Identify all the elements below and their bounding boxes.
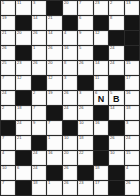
cell-r7c8[interactable]: 18 [125,106,139,120]
cell-r12c2[interactable]: 18 [32,181,46,195]
cell-number: 2 [2,106,4,110]
cell-r9c3[interactable]: 1 [47,136,61,150]
cell-number: 8 [64,61,66,65]
cell-number: 16 [126,91,131,95]
cell-number: 1 [48,181,50,185]
cell-r7c7[interactable]: 14 [109,106,123,120]
cell-number: 26 [64,181,69,185]
cell-r7c5[interactable]: 26 [78,106,92,120]
cell-number: 12 [48,76,53,80]
black-cell-r10c6 [94,151,108,165]
cell-r8c6[interactable]: 16 [94,121,108,135]
cell-number: 26 [33,31,38,35]
cell-number: 4 [64,31,66,35]
cell-r0c0[interactable]: 5 [1,1,15,15]
black-cell-r3c1 [16,46,30,60]
cell-number: 18 [33,181,38,185]
cell-r2c1[interactable]: 20 [16,31,30,45]
cell-number: 16 [95,121,100,125]
cell-r9c5[interactable]: 18 [78,136,92,150]
cell-r1c3[interactable]: 21 [47,16,61,30]
cell-number: 25 [2,61,7,65]
black-cell-r12c1 [16,181,30,195]
cell-r6c4[interactable]: 26 [63,91,77,105]
cell-r11c1[interactable]: 6 [16,166,30,180]
black-cell-r1c6 [94,16,108,30]
cell-r7c0[interactable]: 2 [1,106,15,120]
cell-r11c4[interactable]: 26 [63,166,77,180]
cell-number: 7 [33,106,35,110]
cell-r7c1[interactable]: 18 [16,106,30,120]
cell-number: 11 [17,1,21,5]
cell-number: 21 [48,16,53,20]
cell-number: 7 [2,181,4,185]
cell-number: 3 [64,76,66,80]
cell-r1c7[interactable]: 8 [109,16,123,30]
cell-r12c3[interactable]: 1 [47,181,61,195]
black-cell-r6c1 [16,91,30,105]
cell-number: 12 [95,31,100,35]
cell-number: 7 [79,1,81,5]
cell-r4c3[interactable]: 20 [47,61,61,75]
cell-r11c6[interactable]: 18 [94,166,108,180]
cell-number: 24 [33,151,38,155]
cell-r8c3[interactable]: 7 [47,121,61,135]
cell-number: 2 [110,1,112,5]
cell-number: 23 [95,1,100,5]
cell-number: 10 [2,166,7,170]
cell-r3c5[interactable]: 5 [78,46,92,60]
cell-number: 20 [64,151,69,155]
cell-r5c8[interactable]: 17 [125,76,139,90]
cell-number: 12 [17,76,22,80]
cell-r6c8[interactable]: 16 [125,91,139,105]
cell-number: 18 [79,136,84,140]
black-cell-r5c7 [109,76,123,90]
cell-number: 5 [2,1,4,5]
cell-number: 24 [64,106,69,110]
cell-number: 7 [48,121,50,125]
cell-r2c6[interactable]: 12 [94,31,108,45]
cell-r11c8[interactable]: 4 [125,166,139,180]
cell-number: 15 [126,151,131,155]
cell-number: 17 [126,76,131,80]
cell-number: 4 [126,166,128,170]
cell-r12c6[interactable]: 17 [94,181,108,195]
black-cell-r2c7 [109,31,123,45]
cell-r0c6[interactable]: 23 [94,1,108,15]
cell-r4c6[interactable]: 14 [94,61,108,75]
cell-r2c2[interactable]: 26 [32,31,46,45]
codeword-grid: 5113207232131914216821202614491226126165… [0,0,140,196]
black-cell-r11c7 [109,166,123,180]
black-cell-r1c4 [63,16,77,30]
cell-number: 18 [17,106,22,110]
cell-r12c5[interactable]: 23 [78,181,92,195]
cell-number: 11 [95,76,99,80]
cell-number: 24 [17,121,22,125]
cell-r3c7[interactable]: 24 [109,46,123,60]
cell-number: 22 [79,151,84,155]
cell-r11c2[interactable]: 24 [32,166,46,180]
cell-number: 19 [2,16,7,20]
cell-r8c2[interactable]: 9 [32,121,46,135]
cell-r3c3[interactable]: 26 [47,46,61,60]
cell-r4c4[interactable]: 8 [63,61,77,75]
cell-r5c6[interactable]: 11 [94,76,108,90]
cell-r10c5[interactable]: 22 [78,151,92,165]
cell-r9c0[interactable]: 7 [1,136,15,150]
black-cell-r8c0 [1,121,15,135]
cell-r4c5[interactable]: 26 [78,61,92,75]
cell-r9c7[interactable]: 26 [109,136,123,150]
cell-number: 26 [64,166,69,170]
cell-r2c0[interactable]: 21 [1,31,15,45]
black-cell-r9c6 [94,136,108,150]
cell-r12c0[interactable]: 7 [1,181,15,195]
cell-number: 14 [48,31,53,35]
cell-r4c1[interactable]: 23 [16,61,30,75]
cell-r8c5[interactable]: 10 [78,121,92,135]
cell-r1c0[interactable]: 19 [1,16,15,30]
cell-r0c2[interactable]: 3 [32,1,46,15]
cell-number: 4 [2,151,4,155]
cell-r0c4[interactable]: 20 [63,1,77,15]
cell-number: 20 [48,61,53,65]
black-cell-r8c7 [109,121,123,135]
cell-number: 10 [79,121,84,125]
black-cell-r3c6 [94,46,108,60]
black-cell-r12c7 [109,181,123,195]
cell-number: 1 [48,136,50,140]
cell-r0c8[interactable]: 13 [125,1,139,15]
cell-r0c1[interactable]: 11 [16,1,30,15]
cell-r10c2[interactable]: 24 [32,151,46,165]
cell-number: 7 [2,76,4,80]
cell-number: 26 [79,106,84,110]
cell-r12c8[interactable]: 26 [125,181,139,195]
cell-number: 26 [33,61,38,65]
cell-number: 16 [64,46,69,50]
cell-r7c4[interactable]: 24 [63,106,77,120]
cell-number: 7 [2,136,4,140]
cell-number: 26 [2,46,7,50]
cell-number: 26 [110,136,115,140]
cell-r0c7[interactable]: 2 [109,1,123,15]
cell-number: 2 [33,91,35,95]
cell-number: 3 [79,91,81,95]
black-cell-r5c5 [78,76,92,90]
cell-number: 24 [33,166,38,170]
cell-number: 23 [79,181,84,185]
cell-number: 21 [2,31,7,35]
black-cell-r1c1 [16,16,30,30]
given-letter: N [94,94,108,105]
cell-r10c8[interactable]: 15 [125,151,139,165]
cell-r8c1[interactable]: 24 [16,121,30,135]
cell-number: 24 [110,46,115,50]
cell-r10c0[interactable]: 4 [1,151,15,165]
cell-number: 24 [110,61,115,65]
cell-number: 14 [33,16,38,20]
cell-number: 19 [48,91,53,95]
cell-r2c4[interactable]: 4 [63,31,77,45]
cell-number: 9 [79,31,81,35]
cell-number: 10 [64,136,69,140]
cell-number: 3 [126,121,128,125]
cell-number: 20 [64,1,69,5]
black-cell-r0c3 [47,1,61,15]
cell-r10c3[interactable]: 16 [47,151,61,165]
black-cell-r2c8 [125,31,139,45]
cell-number: 21 [17,136,22,140]
cell-r10c7[interactable]: 10 [109,151,123,165]
cell-r6c7[interactable]: 5B [109,91,123,105]
cell-r1c5[interactable]: 6 [78,16,92,30]
cell-number: 16 [48,151,53,155]
cell-number: 14 [95,61,100,65]
cell-number: 26 [64,91,69,95]
cell-number: 15 [126,61,131,65]
black-cell-r9c2 [32,136,46,150]
cell-number: 24 [2,91,7,95]
cell-r6c6[interactable]: 6N [94,91,108,105]
black-cell-r8c4 [63,121,77,135]
cell-r4c7[interactable]: 24 [109,61,123,75]
cell-r5c0[interactable]: 7 [1,76,15,90]
cell-number: 26 [48,46,53,50]
given-letter: B [109,94,123,105]
cell-r5c4[interactable]: 3 [63,76,77,90]
cell-number: 8 [110,16,112,20]
black-cell-r1c8 [125,16,139,30]
cell-r2c3[interactable]: 14 [47,31,61,45]
cell-r8c8[interactable]: 3 [125,121,139,135]
black-cell-r7c3 [47,106,61,120]
cell-number: 18 [95,166,100,170]
cell-number: 3 [33,1,35,5]
cell-r7c2[interactable]: 7 [32,106,46,120]
cell-r9c4[interactable]: 10 [63,136,77,150]
cell-r0c5[interactable]: 7 [78,1,92,15]
cell-r9c8[interactable]: 24 [125,136,139,150]
cell-r9c1[interactable]: 21 [16,136,30,150]
cell-r3c0[interactable]: 26 [1,46,15,60]
cell-r3c2[interactable]: 1 [32,46,46,60]
cell-r2c5[interactable]: 9 [78,31,92,45]
black-cell-r3c8 [125,46,139,60]
cell-number: 6 [17,166,19,170]
cell-r4c8[interactable]: 15 [125,61,139,75]
cell-number: 20 [17,31,22,35]
cell-number: 10 [110,151,115,155]
cell-r4c0[interactable]: 25 [1,61,15,75]
cell-r4c2[interactable]: 26 [32,61,46,75]
cell-r6c0[interactable]: 24 [1,91,15,105]
cell-number: 18 [126,106,131,110]
cell-r5c1[interactable]: 12 [16,76,30,90]
cell-number: 6 [79,16,81,20]
cell-number: 26 [126,181,131,185]
cell-r11c0[interactable]: 10 [1,166,15,180]
black-cell-r11c5 [78,166,92,180]
cell-r5c3[interactable]: 12 [47,76,61,90]
cell-r6c5[interactable]: 3 [78,91,92,105]
cell-number: 24 [126,136,131,140]
cell-r6c3[interactable]: 19 [47,91,61,105]
cell-number: 17 [95,181,100,185]
cell-r10c4[interactable]: 20 [63,151,77,165]
black-cell-r10c1 [16,151,30,165]
cell-number: 14 [110,106,115,110]
cell-r12c4[interactable]: 26 [63,181,77,195]
cell-number: 13 [126,1,131,5]
black-cell-r5c2 [32,76,46,90]
cell-number: 1 [33,46,35,50]
black-cell-r11c3 [47,166,61,180]
cell-r6c2[interactable]: 2 [32,91,46,105]
cell-number: 23 [17,61,22,65]
cell-number: 5 [79,46,81,50]
cell-number: 9 [33,121,35,125]
cell-r3c4[interactable]: 16 [63,46,77,60]
cell-r1c2[interactable]: 14 [32,16,46,30]
cell-number: 26 [79,61,84,65]
black-cell-r7c6 [94,106,108,120]
